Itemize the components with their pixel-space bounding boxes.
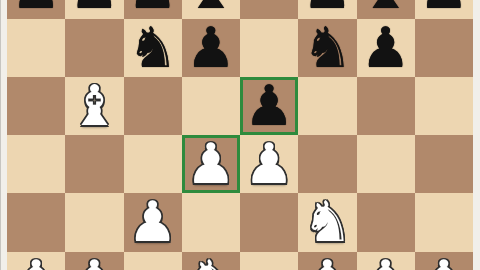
white-pawn[interactable]: ♟ xyxy=(124,193,182,251)
square-b3[interactable] xyxy=(65,193,123,251)
black-pawn[interactable]: ♟ xyxy=(7,0,65,19)
square-h2[interactable]: ♟ xyxy=(415,252,473,270)
square-c5[interactable] xyxy=(124,77,182,135)
black-pawn[interactable]: ♟ xyxy=(240,77,298,135)
square-d4[interactable]: ♟ xyxy=(182,135,240,193)
square-h5[interactable] xyxy=(415,77,473,135)
letterbox-right xyxy=(473,0,480,270)
square-a3[interactable] xyxy=(7,193,65,251)
square-b6[interactable] xyxy=(65,19,123,77)
square-h3[interactable] xyxy=(415,193,473,251)
square-e5[interactable]: ♟ xyxy=(240,77,298,135)
black-knight[interactable]: ♞ xyxy=(124,19,182,77)
white-pawn[interactable]: ♟ xyxy=(298,252,356,270)
white-pawn[interactable]: ♟ xyxy=(415,252,473,270)
black-pawn[interactable]: ♟ xyxy=(182,19,240,77)
square-h6[interactable] xyxy=(415,19,473,77)
square-a7[interactable]: ♟ xyxy=(7,0,65,19)
letterbox-left xyxy=(0,0,7,270)
square-c2[interactable] xyxy=(124,252,182,270)
square-h7[interactable]: ♟ xyxy=(415,0,473,19)
square-d6[interactable]: ♟ xyxy=(182,19,240,77)
square-g6[interactable]: ♟ xyxy=(357,19,415,77)
square-f3[interactable]: ♞ xyxy=(298,193,356,251)
black-pawn[interactable]: ♟ xyxy=(65,0,123,19)
square-f4[interactable] xyxy=(298,135,356,193)
white-bishop[interactable]: ♝ xyxy=(65,77,123,135)
square-a5[interactable] xyxy=(7,77,65,135)
square-b7[interactable]: ♟ xyxy=(65,0,123,19)
white-pawn[interactable]: ♟ xyxy=(65,252,123,270)
square-e2[interactable] xyxy=(240,252,298,270)
square-g2[interactable]: ♟ xyxy=(357,252,415,270)
white-knight[interactable]: ♞ xyxy=(182,252,240,270)
white-knight[interactable]: ♞ xyxy=(298,193,356,251)
square-h4[interactable] xyxy=(415,135,473,193)
black-knight[interactable]: ♞ xyxy=(298,19,356,77)
square-a6[interactable] xyxy=(7,19,65,77)
square-e3[interactable] xyxy=(240,193,298,251)
square-e6[interactable] xyxy=(240,19,298,77)
square-g5[interactable] xyxy=(357,77,415,135)
square-f5[interactable] xyxy=(298,77,356,135)
white-pawn[interactable]: ♟ xyxy=(182,135,240,193)
chess-board-viewport: ♜♛♚♜♟♟♟♝♟♝♟♞♟♞♟♝♟♟♟♟♞♟♟♞♟♟♟♜♝♛♚♜ xyxy=(0,0,480,270)
square-g4[interactable] xyxy=(357,135,415,193)
square-d2[interactable]: ♞ xyxy=(182,252,240,270)
square-g3[interactable] xyxy=(357,193,415,251)
square-d5[interactable] xyxy=(182,77,240,135)
square-a4[interactable] xyxy=(7,135,65,193)
square-e4[interactable]: ♟ xyxy=(240,135,298,193)
white-pawn[interactable]: ♟ xyxy=(240,135,298,193)
square-c3[interactable]: ♟ xyxy=(124,193,182,251)
black-pawn[interactable]: ♟ xyxy=(415,0,473,19)
square-b4[interactable] xyxy=(65,135,123,193)
white-pawn[interactable]: ♟ xyxy=(357,252,415,270)
square-a2[interactable]: ♟ xyxy=(7,252,65,270)
square-b2[interactable]: ♟ xyxy=(65,252,123,270)
square-f6[interactable]: ♞ xyxy=(298,19,356,77)
square-c4[interactable] xyxy=(124,135,182,193)
square-f2[interactable]: ♟ xyxy=(298,252,356,270)
square-c6[interactable]: ♞ xyxy=(124,19,182,77)
square-e7[interactable] xyxy=(240,0,298,19)
black-pawn[interactable]: ♟ xyxy=(357,19,415,77)
white-pawn[interactable]: ♟ xyxy=(7,252,65,270)
square-d3[interactable] xyxy=(182,193,240,251)
chess-board: ♜♛♚♜♟♟♟♝♟♝♟♞♟♞♟♝♟♟♟♟♞♟♟♞♟♟♟♜♝♛♚♜ xyxy=(7,0,473,270)
square-b5[interactable]: ♝ xyxy=(65,77,123,135)
